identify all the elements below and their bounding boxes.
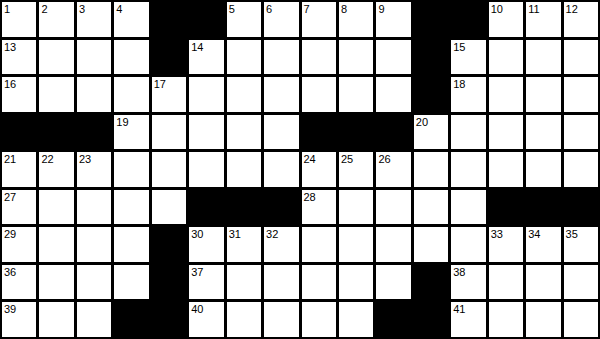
white-cell-r3c13[interactable]: 18 [451,77,485,112]
white-cell-r3c1[interactable]: 16 [2,77,36,112]
white-cell-r6c5[interactable] [152,190,186,225]
clue-number: 21 [4,153,16,165]
black-cell [189,2,223,37]
clue-number: 27 [4,191,16,203]
white-cell-r9c3[interactable] [77,302,111,337]
white-cell-r6c13[interactable] [451,190,485,225]
clue-number: 23 [79,153,91,165]
white-cell-r6c9[interactable]: 28 [302,190,336,225]
white-cell-r5c15[interactable] [526,152,560,187]
white-cell-r9c8[interactable] [264,302,298,337]
white-cell-r8c15[interactable] [526,265,560,300]
white-cell-r5c11[interactable]: 26 [376,152,410,187]
white-cell-r5c7[interactable] [227,152,261,187]
black-cell [414,40,448,75]
black-cell [264,190,298,225]
black-cell [339,115,373,150]
white-cell-r2c10[interactable] [339,40,373,75]
white-cell-r5c3[interactable]: 23 [77,152,111,187]
white-cell-r6c4[interactable] [114,190,148,225]
clue-number: 1 [4,3,10,15]
white-cell-r4c13[interactable] [451,115,485,150]
clue-number: 15 [453,41,465,53]
black-cell [376,115,410,150]
clue-number: 32 [266,228,278,240]
clue-number: 6 [266,3,272,15]
clue-number: 26 [378,153,390,165]
black-cell [414,77,448,112]
white-cell-r4c4[interactable]: 19 [114,115,148,150]
white-cell-r7c2[interactable] [39,227,73,262]
white-cell-r5c6[interactable] [189,152,223,187]
clue-number: 12 [566,3,578,15]
white-cell-r8c2[interactable] [39,265,73,300]
white-cell-r1c15[interactable]: 11 [526,2,560,37]
crossword-grid: 1234567891011121314151617181920212223242… [0,0,600,339]
white-cell-r7c4[interactable] [114,227,148,262]
white-cell-r5c1[interactable]: 21 [2,152,36,187]
black-cell [526,190,560,225]
white-cell-r2c15[interactable] [526,40,560,75]
white-cell-r3c7[interactable] [227,77,261,112]
white-cell-r3c2[interactable] [39,77,73,112]
white-cell-r3c14[interactable] [489,77,523,112]
white-cell-r7c3[interactable] [77,227,111,262]
white-cell-r8c8[interactable] [264,265,298,300]
black-cell [489,190,523,225]
white-cell-r9c7[interactable] [227,302,261,337]
white-cell-r7c10[interactable] [339,227,373,262]
white-cell-r9c10[interactable] [339,302,373,337]
white-cell-r9c14[interactable] [489,302,523,337]
clue-number: 7 [304,3,310,15]
black-cell [114,302,148,337]
white-cell-r2c13[interactable]: 15 [451,40,485,75]
white-cell-r1c14[interactable]: 10 [489,2,523,37]
black-cell [227,190,261,225]
white-cell-r2c1[interactable]: 13 [2,40,36,75]
white-cell-r5c12[interactable] [414,152,448,187]
black-cell [152,227,186,262]
white-cell-r1c8[interactable]: 6 [264,2,298,37]
white-cell-r8c4[interactable] [114,265,148,300]
clue-number: 20 [416,116,428,128]
clue-number: 10 [491,3,503,15]
white-cell-r1c7[interactable]: 5 [227,2,261,37]
white-cell-r5c13[interactable] [451,152,485,187]
clue-number: 34 [528,228,540,240]
white-cell-r1c4[interactable]: 4 [114,2,148,37]
white-cell-r9c15[interactable] [526,302,560,337]
white-cell-r3c8[interactable] [264,77,298,112]
white-cell-r8c11[interactable] [376,265,410,300]
white-cell-r7c1[interactable]: 29 [2,227,36,262]
black-cell [39,115,73,150]
white-cell-r9c6[interactable]: 40 [189,302,223,337]
white-cell-r6c3[interactable] [77,190,111,225]
black-cell [152,2,186,37]
white-cell-r3c3[interactable] [77,77,111,112]
white-cell-r9c1[interactable]: 39 [2,302,36,337]
black-cell [2,115,36,150]
clue-number: 25 [341,153,353,165]
white-cell-r4c6[interactable] [189,115,223,150]
black-cell [152,302,186,337]
white-cell-r5c8[interactable] [264,152,298,187]
white-cell-r6c1[interactable]: 27 [2,190,36,225]
clue-number: 19 [116,116,128,128]
clue-number: 36 [4,266,16,278]
white-cell-r8c16[interactable] [564,265,598,300]
clue-number: 22 [41,153,53,165]
white-cell-r5c10[interactable]: 25 [339,152,373,187]
clue-number: 13 [4,41,16,53]
black-cell [152,40,186,75]
clue-number: 16 [4,78,16,90]
white-cell-r2c11[interactable] [376,40,410,75]
black-cell [414,2,448,37]
white-cell-r1c10[interactable]: 8 [339,2,373,37]
white-cell-r7c15[interactable]: 34 [526,227,560,262]
clue-number: 33 [491,228,503,240]
black-cell [189,190,223,225]
white-cell-r4c14[interactable] [489,115,523,150]
white-cell-r9c13[interactable]: 41 [451,302,485,337]
black-cell [414,302,448,337]
clue-number: 28 [304,191,316,203]
black-cell [302,115,336,150]
white-cell-r8c9[interactable] [302,265,336,300]
clue-number: 38 [453,266,465,278]
white-cell-r5c14[interactable] [489,152,523,187]
clue-number: 37 [191,266,203,278]
clue-number: 14 [191,41,203,53]
white-cell-r7c6[interactable]: 30 [189,227,223,262]
black-cell [77,115,111,150]
clue-number: 9 [378,3,384,15]
black-cell [414,265,448,300]
white-cell-r6c12[interactable] [414,190,448,225]
white-cell-r1c1[interactable]: 1 [2,2,36,37]
clue-number: 31 [229,228,241,240]
black-cell [376,302,410,337]
white-cell-r5c4[interactable] [114,152,148,187]
white-cell-r7c7[interactable]: 31 [227,227,261,262]
white-cell-r8c14[interactable] [489,265,523,300]
white-cell-r2c4[interactable] [114,40,148,75]
white-cell-r6c10[interactable] [339,190,373,225]
white-cell-r3c4[interactable] [114,77,148,112]
clue-number: 3 [79,3,85,15]
clue-number: 41 [453,303,465,315]
white-cell-r3c10[interactable] [339,77,373,112]
white-cell-r8c10[interactable] [339,265,373,300]
white-cell-r7c9[interactable] [302,227,336,262]
white-cell-r3c11[interactable] [376,77,410,112]
white-cell-r8c6[interactable]: 37 [189,265,223,300]
white-cell-r9c9[interactable] [302,302,336,337]
white-cell-r1c9[interactable]: 7 [302,2,336,37]
white-cell-r5c16[interactable] [564,152,598,187]
white-cell-r6c11[interactable] [376,190,410,225]
white-cell-r2c3[interactable] [77,40,111,75]
white-cell-r4c12[interactable]: 20 [414,115,448,150]
white-cell-r3c5[interactable]: 17 [152,77,186,112]
clue-number: 17 [154,78,166,90]
white-cell-r1c3[interactable]: 3 [77,2,111,37]
white-cell-r7c11[interactable] [376,227,410,262]
white-cell-r2c8[interactable] [264,40,298,75]
white-cell-r4c7[interactable] [227,115,261,150]
clue-number: 8 [341,3,347,15]
white-cell-r4c5[interactable] [152,115,186,150]
white-cell-r5c2[interactable]: 22 [39,152,73,187]
white-cell-r4c16[interactable] [564,115,598,150]
white-cell-r1c2[interactable]: 2 [39,2,73,37]
clue-number: 4 [116,3,122,15]
clue-number: 39 [4,303,16,315]
black-cell [451,2,485,37]
white-cell-r7c8[interactable]: 32 [264,227,298,262]
white-cell-r2c6[interactable]: 14 [189,40,223,75]
clue-number: 24 [304,153,316,165]
clue-number: 29 [4,228,16,240]
clue-number: 40 [191,303,203,315]
white-cell-r7c14[interactable]: 33 [489,227,523,262]
white-cell-r2c7[interactable] [227,40,261,75]
white-cell-r1c16[interactable]: 12 [564,2,598,37]
clue-number: 2 [41,3,47,15]
white-cell-r2c16[interactable] [564,40,598,75]
white-cell-r3c16[interactable] [564,77,598,112]
white-cell-r8c1[interactable]: 36 [2,265,36,300]
white-cell-r7c13[interactable] [451,227,485,262]
clue-number: 30 [191,228,203,240]
white-cell-r4c15[interactable] [526,115,560,150]
white-cell-r8c3[interactable] [77,265,111,300]
clue-number: 11 [528,3,539,15]
white-cell-r6c2[interactable] [39,190,73,225]
clue-number: 5 [229,3,235,15]
black-cell [564,190,598,225]
clue-number: 35 [566,228,578,240]
clue-number: 18 [453,78,465,90]
white-cell-r3c15[interactable] [526,77,560,112]
white-cell-r2c2[interactable] [39,40,73,75]
white-cell-r8c7[interactable] [227,265,261,300]
white-cell-r3c6[interactable] [189,77,223,112]
white-cell-r5c5[interactable] [152,152,186,187]
white-cell-r9c2[interactable] [39,302,73,337]
white-cell-r1c11[interactable]: 9 [376,2,410,37]
white-cell-r9c16[interactable] [564,302,598,337]
black-cell [152,265,186,300]
white-cell-r2c9[interactable] [302,40,336,75]
white-cell-r5c9[interactable]: 24 [302,152,336,187]
white-cell-r4c8[interactable] [264,115,298,150]
white-cell-r8c13[interactable]: 38 [451,265,485,300]
white-cell-r2c14[interactable] [489,40,523,75]
white-cell-r7c16[interactable]: 35 [564,227,598,262]
white-cell-r7c12[interactable] [414,227,448,262]
white-cell-r3c9[interactable] [302,77,336,112]
